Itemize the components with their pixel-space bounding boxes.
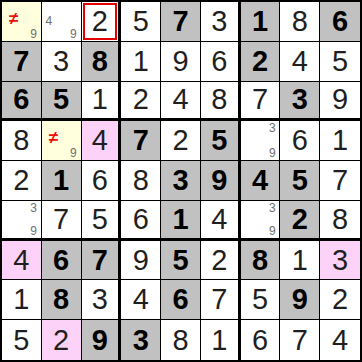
given-digit: 7 (133, 126, 149, 155)
cell-r5c3[interactable]: 6 (82, 161, 122, 201)
user-digit: 4 (211, 205, 227, 234)
given-digit: 9 (211, 166, 227, 195)
given-digit: 2 (252, 47, 268, 76)
user-digit: 2 (53, 326, 69, 355)
given-digit: 9 (292, 285, 308, 314)
cell-r6c9[interactable]: 8 (320, 201, 360, 241)
pencil-mark: 3 (266, 202, 278, 214)
cell-r3c7[interactable]: 7 (241, 82, 281, 122)
user-digit: 8 (211, 85, 227, 114)
cell-r7c4[interactable]: 9 (121, 241, 161, 281)
user-digit: 6 (292, 126, 308, 155)
user-digit: 2 (13, 166, 29, 195)
user-digit: 1 (292, 246, 308, 275)
user-digit: 4 (92, 126, 108, 155)
user-digit: 3 (211, 7, 227, 36)
cell-r5c8[interactable]: 5 (280, 161, 320, 201)
pencil-marks: 9 (3, 3, 40, 40)
cell-r2c4[interactable]: 1 (121, 42, 161, 82)
cell-r7c5[interactable]: 5 (161, 241, 201, 281)
user-digit: 5 (13, 326, 29, 355)
given-digit: 3 (172, 166, 188, 195)
cell-r4c5[interactable]: 2 (161, 121, 201, 161)
cell-r1c6[interactable]: 3 (201, 2, 241, 42)
given-digit: 6 (172, 285, 188, 314)
cell-r9c5[interactable]: 8 (161, 320, 201, 360)
cell-r3c3[interactable]: 1 (82, 82, 122, 122)
cell-r9c2[interactable]: 2 (42, 320, 82, 360)
given-digit: 6 (53, 246, 69, 275)
cell-r1c1[interactable]: 9≠ (2, 2, 42, 42)
cell-r4c2[interactable]: 9≠ (42, 121, 82, 161)
user-digit: 4 (13, 246, 29, 275)
pencil-marks: 9 (43, 122, 80, 159)
cell-r8c5[interactable]: 6 (161, 280, 201, 320)
given-digit: 5 (172, 246, 188, 275)
user-digit: 5 (92, 205, 108, 234)
given-digit: 8 (92, 47, 108, 76)
pencil-marks: 39 (3, 202, 40, 237)
user-digit: 2 (133, 85, 149, 114)
cell-r3c6[interactable]: 8 (201, 82, 241, 122)
pencil-mark: 9 (67, 147, 79, 159)
pencil-mark: 9 (67, 28, 79, 40)
cell-r1c7[interactable]: 1 (241, 2, 281, 42)
cell-r8c3[interactable]: 3 (82, 280, 122, 320)
given-digit: 6 (13, 85, 29, 114)
cell-r3c8[interactable]: 3 (280, 82, 320, 122)
user-digit: 3 (332, 246, 348, 275)
cell-r2c3[interactable]: 8 (82, 42, 122, 82)
given-digit: 1 (172, 205, 188, 234)
cell-r3c2[interactable]: 5 (42, 82, 82, 122)
cell-r2c6[interactable]: 6 (201, 42, 241, 82)
user-digit: 2 (172, 126, 188, 155)
cell-r5c4[interactable]: 8 (121, 161, 161, 201)
cell-r2c7[interactable]: 2 (241, 42, 281, 82)
user-digit: 9 (133, 246, 149, 275)
user-digit: 7 (53, 205, 69, 234)
given-digit: 8 (53, 285, 69, 314)
cell-r7c8[interactable]: 1 (280, 241, 320, 281)
cell-r5c2[interactable]: 1 (42, 161, 82, 201)
cell-r1c2[interactable]: 49 (42, 2, 82, 42)
cell-r1c5[interactable]: 7 (161, 2, 201, 42)
user-digit: 4 (332, 326, 348, 355)
user-digit: 6 (92, 166, 108, 195)
cell-r2c5[interactable]: 9 (161, 42, 201, 82)
pencil-mark: 3 (266, 122, 278, 134)
cell-r4c3[interactable]: 4 (82, 121, 122, 161)
cell-r9c4[interactable]: 3 (121, 320, 161, 360)
cell-r9c7[interactable]: 6 (241, 320, 281, 360)
given-digit: 1 (252, 7, 268, 36)
cell-r6c1[interactable]: 39 (2, 201, 42, 241)
cell-r3c4[interactable]: 2 (121, 82, 161, 122)
cell-r6c3[interactable]: 5 (82, 201, 122, 241)
user-digit: 5 (133, 7, 149, 36)
user-digit: 9 (332, 85, 348, 114)
user-digit: 7 (292, 326, 308, 355)
cell-r2c8[interactable]: 4 (280, 42, 320, 82)
user-digit: 3 (92, 285, 108, 314)
pencil-mark: 4 (43, 15, 55, 27)
user-digit: 6 (211, 47, 227, 76)
given-digit: 7 (92, 246, 108, 275)
given-digit: 3 (133, 326, 149, 355)
cell-r4c9[interactable]: 1 (320, 121, 360, 161)
user-digit: 8 (292, 7, 308, 36)
cell-r4c8[interactable]: 6 (280, 121, 320, 161)
cell-r5c7[interactable]: 4 (241, 161, 281, 201)
user-digit: 7 (211, 285, 227, 314)
user-digit: 3 (53, 47, 69, 76)
cell-r7c6[interactable]: 2 (201, 241, 241, 281)
cell-r8c9[interactable]: 2 (320, 280, 360, 320)
user-digit: 2 (332, 285, 348, 314)
given-digit: 2 (292, 205, 308, 234)
given-digit: 7 (13, 47, 29, 76)
cell-r5c5[interactable]: 3 (161, 161, 201, 201)
user-digit: 4 (292, 47, 308, 76)
user-digit: 9 (172, 47, 188, 76)
cell-r9c3[interactable]: 9 (82, 320, 122, 360)
cell-r7c1[interactable]: 4 (2, 241, 42, 281)
given-digit: 3 (292, 85, 308, 114)
pencil-mark: 9 (28, 225, 40, 237)
user-digit: 8 (332, 205, 348, 234)
given-digit: 8 (252, 246, 268, 275)
given-digit: 6 (332, 7, 348, 36)
cell-r6c8[interactable]: 2 (280, 201, 320, 241)
user-digit: 5 (252, 285, 268, 314)
pencil-mark: 9 (28, 28, 40, 40)
cell-r8c4[interactable]: 4 (121, 280, 161, 320)
user-digit: 1 (13, 285, 29, 314)
user-digit: 5 (332, 47, 348, 76)
given-digit: 5 (292, 166, 308, 195)
user-digit: 1 (92, 85, 108, 114)
cell-r6c6[interactable]: 4 (201, 201, 241, 241)
pencil-marks: 49 (43, 3, 80, 40)
cell-r8c7[interactable]: 5 (241, 280, 281, 320)
pencil-mark: 9 (266, 147, 278, 159)
cell-r7c3[interactable]: 7 (82, 241, 122, 281)
cell-r7c7[interactable]: 8 (241, 241, 281, 281)
user-digit: 1 (332, 126, 348, 155)
user-digit: 6 (133, 205, 149, 234)
cell-r4c1[interactable]: 8 (2, 121, 42, 161)
cell-r3c9[interactable]: 9 (320, 82, 360, 122)
cell-r8c1[interactable]: 1 (2, 280, 42, 320)
cell-r1c4[interactable]: 5 (121, 2, 161, 42)
user-digit: 4 (133, 285, 149, 314)
cell-r8c2[interactable]: 8 (42, 280, 82, 320)
cell-r4c6[interactable]: 5 (201, 121, 241, 161)
pencil-mark: 3 (28, 202, 40, 214)
cell-r1c9[interactable]: 6 (320, 2, 360, 42)
user-digit: 7 (332, 166, 348, 195)
user-digit: 2 (211, 246, 227, 275)
cell-r8c6[interactable]: 7 (201, 280, 241, 320)
crossed-out-candidate-icon: ≠ (49, 129, 58, 146)
cell-r6c4[interactable]: 6 (121, 201, 161, 241)
cell-r6c5[interactable]: 1 (161, 201, 201, 241)
cell-r5c6[interactable]: 9 (201, 161, 241, 201)
crossed-out-candidate-icon: ≠ (9, 10, 18, 27)
given-digit: 5 (53, 85, 69, 114)
cell-r1c3[interactable]: 2 (82, 2, 122, 42)
sudoku-board: 9≠49257318673819624565124873989≠47253961… (0, 0, 362, 362)
cell-r6c2[interactable]: 7 (42, 201, 82, 241)
cell-r9c8[interactable]: 7 (280, 320, 320, 360)
given-digit: 7 (172, 7, 188, 36)
user-digit: 1 (211, 326, 227, 355)
cell-r6c7[interactable]: 39 (241, 201, 281, 241)
user-digit: 7 (252, 85, 268, 114)
cell-r7c2[interactable]: 6 (42, 241, 82, 281)
cell-r3c5[interactable]: 4 (161, 82, 201, 122)
cell-r5c1[interactable]: 2 (2, 161, 42, 201)
given-digit: 9 (92, 326, 108, 355)
user-digit: 6 (252, 326, 268, 355)
user-digit: 4 (172, 85, 188, 114)
cell-r9c9[interactable]: 4 (320, 320, 360, 360)
cell-r7c9[interactable]: 3 (320, 241, 360, 281)
pencil-marks: 39 (242, 122, 279, 159)
user-digit: 8 (172, 326, 188, 355)
cell-r4c4[interactable]: 7 (121, 121, 161, 161)
given-digit: 4 (252, 166, 268, 195)
pencil-mark: 9 (266, 225, 278, 237)
cell-r4c7[interactable]: 39 (241, 121, 281, 161)
cell-r2c9[interactable]: 5 (320, 42, 360, 82)
user-digit: 1 (133, 47, 149, 76)
given-digit: 5 (211, 126, 227, 155)
cell-r5c9[interactable]: 7 (320, 161, 360, 201)
cell-r8c8[interactable]: 9 (280, 280, 320, 320)
given-digit: 1 (53, 166, 69, 195)
user-digit: 8 (133, 166, 149, 195)
cell-r1c8[interactable]: 8 (280, 2, 320, 42)
cell-r9c6[interactable]: 1 (201, 320, 241, 360)
cell-r3c1[interactable]: 6 (2, 82, 42, 122)
cell-r2c1[interactable]: 7 (2, 42, 42, 82)
cell-r9c1[interactable]: 5 (2, 320, 42, 360)
cell-r2c2[interactable]: 3 (42, 42, 82, 82)
pencil-marks: 39 (242, 202, 279, 237)
user-digit: 8 (13, 126, 29, 155)
user-digit: 2 (92, 7, 108, 36)
